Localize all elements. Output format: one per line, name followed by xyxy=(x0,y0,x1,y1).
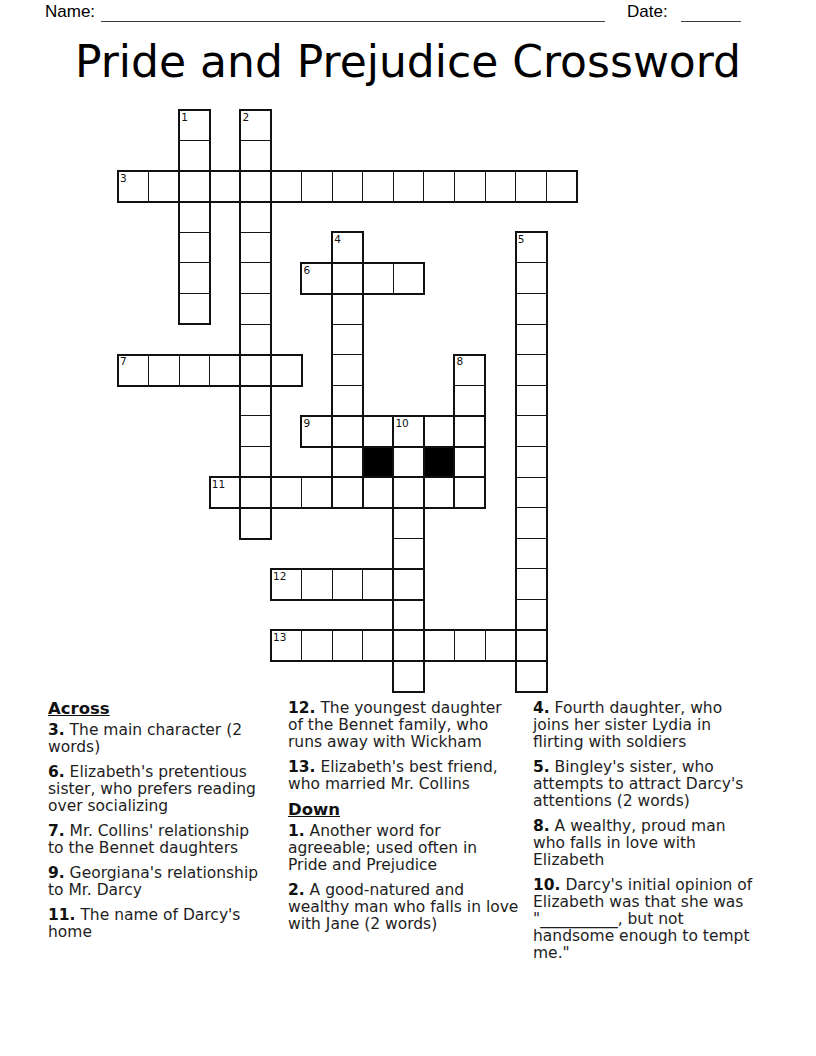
crossword-grid: 12345678910111213 xyxy=(118,110,577,692)
clue-across-9: 9. Georgiana's relationship to Mr. Darcy xyxy=(48,865,262,899)
grid-cell-r7-c13[interactable] xyxy=(515,324,547,356)
grid-cell-r6-c4[interactable] xyxy=(240,293,272,325)
clue-text: Another word for agreeable; used often i… xyxy=(288,822,477,874)
grid-cell-r14-c9[interactable] xyxy=(393,538,425,570)
grid-cell-r6-c13[interactable] xyxy=(515,293,547,325)
clue-number-label: 5. xyxy=(533,758,550,776)
grid-cell-r13-c9[interactable] xyxy=(393,507,425,539)
grid-cell-r13-c4[interactable] xyxy=(240,507,272,539)
grid-cell-r12-c9[interactable] xyxy=(393,477,425,509)
grid-cell-r4-c2[interactable] xyxy=(179,232,211,264)
grid-cell-r1-c2[interactable] xyxy=(179,140,211,172)
clue-number-8: 8 xyxy=(457,356,464,367)
grid-cell-r11-c4[interactable] xyxy=(240,446,272,478)
clue-text: The name of Darcy's home xyxy=(48,906,240,941)
worksheet-page: Name: Date: Pride and Prejudice Crosswor… xyxy=(0,0,816,1056)
grid-cell-r12-c10[interactable] xyxy=(423,477,455,509)
clue-across-13: 13. Elizabeth's best friend, who married… xyxy=(288,759,519,793)
grid-cell-r2-c2[interactable] xyxy=(179,171,211,203)
grid-cell-r10-c7[interactable] xyxy=(332,415,364,447)
clue-across-11: 11. The name of Darcy's home xyxy=(48,907,262,941)
clue-down-10: 10. Darcy's initial opinion of Elizabeth… xyxy=(533,877,757,962)
clue-number-5: 5 xyxy=(518,234,525,245)
grid-cell-r8-c3[interactable] xyxy=(209,354,241,386)
grid-cell-r7-c4[interactable] xyxy=(240,324,272,356)
black-cell-r11-c8 xyxy=(362,446,394,478)
clue-number-label: 13. xyxy=(288,758,315,776)
clue-number-1: 1 xyxy=(181,112,188,123)
grid-cell-r5-c8[interactable] xyxy=(362,262,394,294)
clue-down-8: 8. A wealthy, proud man who falls in lov… xyxy=(533,818,757,869)
clue-number-label: 2. xyxy=(288,881,305,899)
grid-cell-r11-c9[interactable] xyxy=(393,446,425,478)
date-fill-in-line[interactable] xyxy=(681,1,741,22)
clue-number-label: 3. xyxy=(48,721,65,739)
grid-cell-r12-c11[interactable] xyxy=(454,477,486,509)
clue-down-5: 5. Bingley's sister, who attempts to att… xyxy=(533,759,757,810)
clue-number-6: 6 xyxy=(304,265,311,276)
grid-cell-r10-c13[interactable] xyxy=(515,415,547,447)
clue-column-2: 4. Fourth daughter, who joins her sister… xyxy=(533,700,757,970)
grid-cell-r11-c13[interactable] xyxy=(515,446,547,478)
grid-cell-r16-c9[interactable] xyxy=(393,599,425,631)
clue-number-label: 1. xyxy=(288,822,305,840)
grid-cell-r2-c4[interactable] xyxy=(240,171,272,203)
grid-cell-r4-c4[interactable] xyxy=(240,232,272,264)
grid-cell-r5-c9[interactable] xyxy=(393,262,425,294)
clue-across-3: 3. The main character (2 words) xyxy=(48,722,262,756)
grid-cell-r2-c7[interactable] xyxy=(332,171,364,203)
grid-cell-r2-c14[interactable] xyxy=(546,171,578,203)
clue-text: A wealthy, proud man who falls in love w… xyxy=(533,817,725,869)
grid-cell-r10-c10[interactable] xyxy=(423,415,455,447)
grid-cell-r17-c13[interactable] xyxy=(515,630,547,662)
grid-cell-r17-c11[interactable] xyxy=(454,630,486,662)
clue-down-2: 2. A good-natured and wealthy man who fa… xyxy=(288,882,519,933)
grid-cell-r2-c8[interactable] xyxy=(362,171,394,203)
clue-number-12: 12 xyxy=(273,571,286,582)
grid-cell-r17-c9[interactable] xyxy=(393,630,425,662)
grid-cell-r14-c13[interactable] xyxy=(515,538,547,570)
clue-text: Georgiana's relationship to Mr. Darcy xyxy=(48,864,258,899)
grid-cell-r8-c7[interactable] xyxy=(332,354,364,386)
grid-cell-r17-c12[interactable] xyxy=(485,630,517,662)
clue-down-1: 1. Another word for agreeable; used ofte… xyxy=(288,823,519,874)
grid-cell-r12-c5[interactable] xyxy=(270,477,302,509)
grid-cell-r15-c13[interactable] xyxy=(515,568,547,600)
clue-text: Bingley's sister, who attempts to attrac… xyxy=(533,758,743,810)
grid-cell-r16-c13[interactable] xyxy=(515,599,547,631)
clue-number-label: 10. xyxy=(533,876,560,894)
page-title: Pride and Prejudice Crossword xyxy=(0,36,816,87)
grid-cell-r8-c5[interactable] xyxy=(270,354,302,386)
grid-cell-r10-c4[interactable] xyxy=(240,415,272,447)
name-fill-in-line[interactable] xyxy=(101,1,605,22)
grid-cell-r17-c8[interactable] xyxy=(362,630,394,662)
clue-number-10: 10 xyxy=(395,418,408,429)
clue-number-label: 11. xyxy=(48,906,75,924)
grid-cell-r18-c13[interactable] xyxy=(515,660,547,692)
grid-cell-r5-c4[interactable] xyxy=(240,262,272,294)
grid-cell-r5-c13[interactable] xyxy=(515,262,547,294)
clue-column-0: Across3. The main character (2 words)6. … xyxy=(48,700,262,949)
date-label: Date: xyxy=(627,2,668,22)
clue-text: Fourth daughter, who joins her sister Ly… xyxy=(533,699,722,751)
grid-cell-r1-c4[interactable] xyxy=(240,140,272,172)
grid-cell-r9-c4[interactable] xyxy=(240,385,272,417)
clue-across-6: 6. Elizabeth's pretentious sister, who p… xyxy=(48,764,262,815)
clue-text: Elizabeth's pretentious sister, who pref… xyxy=(48,763,256,815)
grid-cell-r15-c7[interactable] xyxy=(332,568,364,600)
grid-cell-r18-c9[interactable] xyxy=(393,660,425,692)
grid-cell-r12-c8[interactable] xyxy=(362,477,394,509)
grid-cell-r3-c2[interactable] xyxy=(179,201,211,233)
clue-number-11: 11 xyxy=(212,479,225,490)
grid-cell-r2-c1[interactable] xyxy=(148,171,180,203)
grid-cell-r17-c7[interactable] xyxy=(332,630,364,662)
grid-cell-r5-c7[interactable] xyxy=(332,262,364,294)
clue-number-label: 12. xyxy=(288,699,315,717)
clue-text: Mr. Collins' relationship to the Bennet … xyxy=(48,822,249,857)
clue-number-4: 4 xyxy=(334,234,341,245)
grid-cell-r15-c6[interactable] xyxy=(301,568,333,600)
grid-cell-r2-c3[interactable] xyxy=(209,171,241,203)
grid-cell-r9-c13[interactable] xyxy=(515,385,547,417)
clue-number-label: 8. xyxy=(533,817,550,835)
grid-cell-r11-c7[interactable] xyxy=(332,446,364,478)
clue-number-label: 9. xyxy=(48,864,65,882)
clue-text: The main character (2 words) xyxy=(48,721,242,756)
grid-cell-r9-c7[interactable] xyxy=(332,385,364,417)
clue-text: A good-natured and wealthy man who falls… xyxy=(288,881,518,933)
name-label: Name: xyxy=(45,2,95,22)
clue-text: Darcy's initial opinion of Elizabeth was… xyxy=(533,876,752,962)
grid-cell-r6-c2[interactable] xyxy=(179,293,211,325)
grid-cell-r10-c11[interactable] xyxy=(454,415,486,447)
grid-cell-r12-c13[interactable] xyxy=(515,477,547,509)
grid-cell-r15-c8[interactable] xyxy=(362,568,394,600)
grid-cell-r2-c5[interactable] xyxy=(270,171,302,203)
clue-text: Elizabeth's best friend, who married Mr.… xyxy=(288,758,498,793)
clue-across-7: 7. Mr. Collins' relationship to the Benn… xyxy=(48,823,262,857)
grid-cell-r17-c10[interactable] xyxy=(423,630,455,662)
grid-cell-r8-c2[interactable] xyxy=(179,354,211,386)
clue-number-3: 3 xyxy=(120,173,127,184)
grid-cell-r8-c4[interactable] xyxy=(240,354,272,386)
clue-number-7: 7 xyxy=(120,356,127,367)
grid-cell-r2-c6[interactable] xyxy=(301,171,333,203)
grid-cell-r8-c13[interactable] xyxy=(515,354,547,386)
grid-cell-r12-c6[interactable] xyxy=(301,477,333,509)
clue-number-9: 9 xyxy=(304,418,311,429)
grid-cell-r10-c8[interactable] xyxy=(362,415,394,447)
clue-number-label: 4. xyxy=(533,699,550,717)
clue-number-label: 7. xyxy=(48,822,65,840)
black-cell-r11-c10 xyxy=(423,446,455,478)
grid-cell-r15-c9[interactable] xyxy=(393,568,425,600)
grid-cell-r2-c9[interactable] xyxy=(393,171,425,203)
clue-number-2: 2 xyxy=(242,112,249,123)
grid-cell-r8-c1[interactable] xyxy=(148,354,180,386)
clue-number-label: 6. xyxy=(48,763,65,781)
grid-cell-r12-c4[interactable] xyxy=(240,477,272,509)
clue-down-4: 4. Fourth daughter, who joins her sister… xyxy=(533,700,757,751)
clue-number-13: 13 xyxy=(273,632,286,643)
clues-down-header: Down xyxy=(288,801,519,818)
grid-cell-r11-c11[interactable] xyxy=(454,446,486,478)
grid-cell-r3-c4[interactable] xyxy=(240,201,272,233)
clue-across-12: 12. The youngest daughter of the Bennet … xyxy=(288,700,519,751)
grid-cell-r6-c7[interactable] xyxy=(332,293,364,325)
grid-cell-r2-c12[interactable] xyxy=(485,171,517,203)
grid-cell-r13-c13[interactable] xyxy=(515,507,547,539)
grid-cell-r2-c10[interactable] xyxy=(423,171,455,203)
grid-cell-r5-c2[interactable] xyxy=(179,262,211,294)
clue-text: The youngest daughter of the Bennet fami… xyxy=(288,699,502,751)
grid-cell-r2-c11[interactable] xyxy=(454,171,486,203)
clues-across-header: Across xyxy=(48,700,262,717)
grid-cell-r17-c6[interactable] xyxy=(301,630,333,662)
grid-cell-r12-c7[interactable] xyxy=(332,477,364,509)
clue-column-1: 12. The youngest daughter of the Bennet … xyxy=(288,700,519,941)
grid-cell-r2-c13[interactable] xyxy=(515,171,547,203)
grid-cell-r9-c11[interactable] xyxy=(454,385,486,417)
grid-cell-r7-c7[interactable] xyxy=(332,324,364,356)
